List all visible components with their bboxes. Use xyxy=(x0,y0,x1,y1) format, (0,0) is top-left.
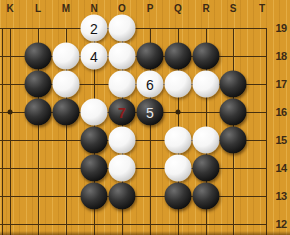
column-label: Q xyxy=(174,3,182,14)
white-stone[interactable] xyxy=(109,15,136,42)
white-stone[interactable]: 2 xyxy=(81,15,108,42)
row-label: 14 xyxy=(275,162,286,174)
row-label: 18 xyxy=(275,50,286,62)
move-number-label: 6 xyxy=(146,77,154,91)
black-stone[interactable] xyxy=(165,43,192,70)
white-stone[interactable] xyxy=(193,71,220,98)
black-stone[interactable] xyxy=(25,43,52,70)
star-point xyxy=(8,110,13,115)
white-stone[interactable] xyxy=(81,99,108,126)
black-stone[interactable] xyxy=(165,183,192,210)
move-number-label: 5 xyxy=(146,105,154,119)
white-stone[interactable] xyxy=(53,43,80,70)
row-label: 15 xyxy=(275,134,286,146)
column-label: R xyxy=(202,3,209,14)
black-stone[interactable] xyxy=(220,127,247,154)
move-number-label: 2 xyxy=(90,21,98,35)
row-label: 12 xyxy=(275,218,286,230)
column-label: P xyxy=(147,3,154,14)
black-stone[interactable] xyxy=(220,99,247,126)
black-stone[interactable] xyxy=(193,43,220,70)
grid-line-vertical xyxy=(10,28,11,235)
column-label: L xyxy=(35,3,41,14)
move-number-label: 4 xyxy=(90,49,98,63)
black-stone[interactable] xyxy=(81,183,108,210)
white-stone[interactable] xyxy=(109,155,136,182)
go-board[interactable]: 1918171615141312KLMNOPQRST24675 xyxy=(0,0,290,235)
white-stone[interactable] xyxy=(109,43,136,70)
star-point xyxy=(176,110,181,115)
black-stone[interactable]: 5 xyxy=(137,99,164,126)
white-stone[interactable]: 4 xyxy=(81,43,108,70)
white-stone[interactable]: 6 xyxy=(137,71,164,98)
grid-line-horizontal xyxy=(0,224,267,225)
column-label: K xyxy=(6,3,13,14)
white-stone[interactable] xyxy=(165,71,192,98)
row-label: 13 xyxy=(275,190,286,202)
black-stone[interactable] xyxy=(53,99,80,126)
black-stone[interactable] xyxy=(193,155,220,182)
column-label: O xyxy=(118,3,126,14)
black-stone[interactable] xyxy=(81,155,108,182)
black-stone[interactable]: 7 xyxy=(109,99,136,126)
black-stone[interactable] xyxy=(220,71,247,98)
column-label: T xyxy=(259,3,265,14)
black-stone[interactable] xyxy=(81,127,108,154)
grid-line-vertical xyxy=(2,28,3,235)
white-stone[interactable] xyxy=(193,127,220,154)
black-stone[interactable] xyxy=(193,183,220,210)
black-stone[interactable] xyxy=(25,71,52,98)
white-stone[interactable] xyxy=(165,127,192,154)
grid-line-vertical xyxy=(266,28,267,235)
white-stone[interactable] xyxy=(109,127,136,154)
row-label: 19 xyxy=(275,22,286,34)
white-stone[interactable] xyxy=(109,71,136,98)
white-stone[interactable] xyxy=(165,155,192,182)
go-diagram: 1918171615141312KLMNOPQRST24675 xyxy=(0,0,290,235)
white-stone[interactable] xyxy=(53,71,80,98)
column-label: S xyxy=(230,3,237,14)
black-stone[interactable] xyxy=(25,99,52,126)
column-label: M xyxy=(62,3,70,14)
move-number-label: 7 xyxy=(118,105,126,119)
row-label: 17 xyxy=(275,78,286,90)
black-stone[interactable] xyxy=(137,43,164,70)
row-label: 16 xyxy=(275,106,286,118)
column-label: N xyxy=(90,3,97,14)
black-stone[interactable] xyxy=(109,183,136,210)
